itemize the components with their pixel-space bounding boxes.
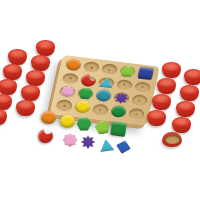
hole-recess (115, 79, 133, 92)
piece-red-crescent[interactable] (36, 127, 55, 145)
piece-lightgreen-pentagon[interactable] (94, 119, 111, 135)
piece-darkgreen-cube[interactable] (110, 121, 127, 137)
piece-purple-star[interactable] (81, 135, 96, 149)
hole-recess (133, 81, 151, 94)
red-cap[interactable] (162, 62, 181, 78)
board-hole[interactable] (126, 106, 147, 122)
piece-navy-cube[interactable] (137, 66, 154, 79)
hole-recess (62, 72, 80, 85)
red-cap[interactable] (152, 94, 171, 110)
hole-recess (92, 103, 110, 116)
red-cap[interactable] (0, 94, 12, 110)
red-cap[interactable] (36, 40, 55, 56)
red-cap[interactable] (16, 100, 35, 116)
red-cap[interactable] (0, 109, 7, 125)
piece-green-hexagon[interactable] (77, 117, 92, 131)
piece-orange-cylinder[interactable] (41, 111, 56, 124)
red-cap[interactable] (184, 69, 200, 85)
piece-cyan-triangle[interactable] (98, 137, 115, 153)
hole-recess (101, 63, 119, 76)
scene (0, 0, 200, 200)
hole-recess (83, 61, 101, 74)
red-cap[interactable] (31, 55, 50, 71)
red-cap[interactable] (172, 117, 191, 133)
red-cap[interactable] (0, 79, 17, 95)
red-cap[interactable] (21, 85, 40, 101)
hole-recess (56, 99, 74, 112)
piece-blue-diamond[interactable] (114, 138, 132, 155)
red-cap[interactable] (147, 110, 166, 126)
red-cap-flipped-open[interactable] (162, 132, 182, 147)
piece-yellow-cylinder[interactable] (60, 115, 75, 128)
piece-pink-flower[interactable] (63, 133, 78, 147)
red-cap[interactable] (26, 70, 45, 86)
red-cap[interactable] (8, 49, 27, 65)
red-cap[interactable] (157, 78, 176, 94)
red-cap[interactable] (3, 64, 22, 80)
board-grid (54, 57, 155, 122)
hole-recess (130, 94, 148, 107)
hole-recess (127, 108, 145, 121)
red-cap[interactable] (180, 85, 199, 101)
red-cap[interactable] (176, 101, 195, 117)
